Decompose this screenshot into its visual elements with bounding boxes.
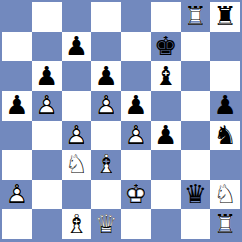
square-b5[interactable]: ♟♙ [32,91,62,121]
square-a6[interactable] [2,61,32,91]
square-c4[interactable]: ♟♙ [62,121,92,151]
square-e8[interactable] [121,2,151,32]
square-h3[interactable] [210,150,240,180]
square-e6[interactable] [121,61,151,91]
square-c7[interactable]: ♟ [62,32,92,62]
chess-board: ♜♖♜♟♚♟♟♝♟♟♙♟♙♟♟♟♙♟♙♟♞♞♘♝♗♟♙♚♔♛♞♘♝♗♛♕♜♖ [2,2,240,239]
piece-glyph: ♚ [154,32,177,61]
square-e2[interactable]: ♚♔ [121,180,151,210]
piece-glyph: ♗ [65,210,88,239]
square-a3[interactable] [2,150,32,180]
square-b2[interactable] [32,180,62,210]
piece-glyph: ♟ [5,91,28,120]
square-h6[interactable] [210,61,240,91]
square-e3[interactable] [121,150,151,180]
piece-white-pawn[interactable]: ♟♙ [32,91,62,121]
square-c2[interactable] [62,180,92,210]
square-c3[interactable]: ♞♘ [62,150,92,180]
square-g8[interactable]: ♜♖ [181,2,211,32]
piece-black-king[interactable]: ♚ [151,32,181,62]
square-f7[interactable]: ♚ [151,32,181,62]
square-f2[interactable] [151,180,181,210]
square-d6[interactable]: ♟ [91,61,121,91]
square-h4[interactable]: ♞ [210,121,240,151]
piece-black-bishop[interactable]: ♝ [151,61,181,91]
piece-glyph: ♙ [35,91,58,120]
piece-black-rook[interactable]: ♜ [210,2,240,32]
square-h2[interactable]: ♞♘ [210,180,240,210]
piece-glyph: ♝ [154,62,177,91]
piece-glyph: ♞ [213,121,236,150]
square-f8[interactable] [151,2,181,32]
square-e7[interactable] [121,32,151,62]
piece-glyph: ♙ [124,121,147,150]
square-e1[interactable] [121,209,151,239]
piece-glyph: ♜ [213,2,236,31]
square-a2[interactable]: ♟♙ [2,180,32,210]
piece-white-bishop[interactable]: ♝♗ [62,209,92,239]
piece-white-pawn[interactable]: ♟♙ [121,121,151,151]
square-c6[interactable] [62,61,92,91]
piece-glyph: ♘ [65,150,88,179]
square-d4[interactable] [91,121,121,151]
piece-glyph: ♟ [35,62,58,91]
piece-black-knight[interactable]: ♞ [210,121,240,151]
square-g6[interactable] [181,61,211,91]
piece-white-pawn[interactable]: ♟♙ [2,180,32,210]
piece-glyph: ♟ [65,32,88,61]
square-e5[interactable]: ♟ [121,91,151,121]
piece-black-pawn[interactable]: ♟ [32,61,62,91]
square-h7[interactable] [210,32,240,62]
square-d3[interactable]: ♝♗ [91,150,121,180]
square-h1[interactable]: ♜♖ [210,209,240,239]
piece-white-pawn[interactable]: ♟♙ [62,121,92,151]
piece-black-pawn[interactable]: ♟ [91,61,121,91]
piece-black-queen[interactable]: ♛ [181,180,211,210]
square-g5[interactable] [181,91,211,121]
square-g3[interactable] [181,150,211,180]
square-a8[interactable] [2,2,32,32]
square-f6[interactable]: ♝ [151,61,181,91]
square-f1[interactable] [151,209,181,239]
square-h5[interactable]: ♟ [210,91,240,121]
square-d7[interactable] [91,32,121,62]
chess-board-frame: ♜♖♜♟♚♟♟♝♟♟♙♟♙♟♟♟♙♟♙♟♞♞♘♝♗♟♙♚♔♛♞♘♝♗♛♕♜♖ [0,0,242,242]
piece-glyph: ♕ [94,210,117,239]
square-b1[interactable] [32,209,62,239]
square-a4[interactable] [2,121,32,151]
piece-glyph: ♙ [5,180,28,209]
piece-white-rook[interactable]: ♜♖ [181,2,211,32]
piece-glyph: ♖ [213,210,236,239]
piece-glyph: ♛ [184,180,207,209]
square-b8[interactable] [32,2,62,32]
square-a5[interactable]: ♟ [2,91,32,121]
square-a1[interactable] [2,209,32,239]
piece-white-rook[interactable]: ♜♖ [210,209,240,239]
piece-glyph: ♘ [213,180,236,209]
piece-glyph: ♔ [124,180,147,209]
square-c1[interactable]: ♝♗ [62,209,92,239]
piece-black-pawn[interactable]: ♟ [62,32,92,62]
piece-black-pawn[interactable]: ♟ [121,91,151,121]
piece-glyph: ♟ [94,62,117,91]
piece-black-pawn[interactable]: ♟ [210,91,240,121]
square-g1[interactable] [181,209,211,239]
piece-glyph: ♗ [94,150,117,179]
square-c8[interactable] [62,2,92,32]
piece-black-pawn[interactable]: ♟ [2,91,32,121]
square-b7[interactable] [32,32,62,62]
square-b3[interactable] [32,150,62,180]
square-a7[interactable] [2,32,32,62]
piece-white-pawn[interactable]: ♟♙ [91,91,121,121]
square-f5[interactable] [151,91,181,121]
piece-glyph: ♖ [184,2,207,31]
square-d2[interactable] [91,180,121,210]
piece-white-bishop[interactable]: ♝♗ [91,150,121,180]
square-f4[interactable]: ♟ [151,121,181,151]
square-d1[interactable]: ♛♕ [91,209,121,239]
square-b4[interactable] [32,121,62,151]
square-g4[interactable] [181,121,211,151]
piece-glyph: ♙ [94,91,117,120]
piece-glyph: ♙ [65,121,88,150]
square-b6[interactable]: ♟ [32,61,62,91]
piece-white-queen[interactable]: ♛♕ [91,209,121,239]
square-d8[interactable] [91,2,121,32]
square-h8[interactable]: ♜ [210,2,240,32]
piece-glyph: ♟ [213,91,236,120]
square-f3[interactable] [151,150,181,180]
square-c5[interactable] [62,91,92,121]
square-e4[interactable]: ♟♙ [121,121,151,151]
piece-white-knight[interactable]: ♞♘ [210,180,240,210]
piece-glyph: ♟ [124,91,147,120]
square-d5[interactable]: ♟♙ [91,91,121,121]
piece-black-pawn[interactable]: ♟ [151,121,181,151]
piece-glyph: ♟ [154,121,177,150]
square-g2[interactable]: ♛ [181,180,211,210]
piece-white-king[interactable]: ♚♔ [121,180,151,210]
square-g7[interactable] [181,32,211,62]
piece-white-knight[interactable]: ♞♘ [62,150,92,180]
